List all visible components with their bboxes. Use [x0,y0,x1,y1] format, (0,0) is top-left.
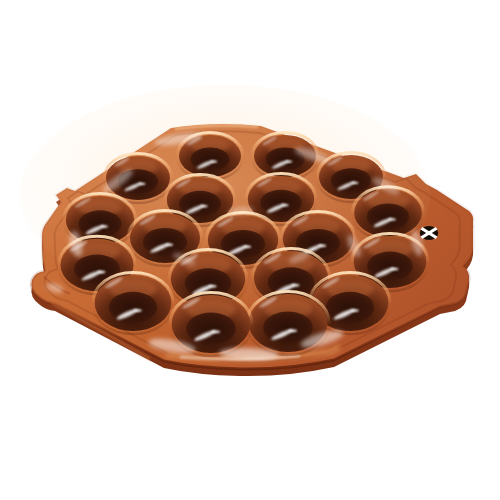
well-specular-glint [351,182,358,184]
well-specular-glint [318,245,326,248]
well-specular-glint [138,183,145,185]
well-cavity [260,190,302,216]
well-cavity [263,311,313,343]
well-specular-glint [285,161,292,163]
well-specular-glint [288,329,297,332]
well-cavity [367,252,413,281]
well-specular-glint [350,309,358,312]
well-cavity [143,228,187,256]
well-specular-glint [211,330,220,333]
well-cavity [331,168,371,193]
well-cavity [186,312,236,344]
well-specular-glint [388,218,395,220]
well-specular-glint [165,243,173,245]
brand-stamp-icon [420,226,438,240]
well-specular-glint [97,271,105,274]
well-cavity [326,292,374,323]
product-photo: Angled overhead product photo of an octa… [0,0,500,500]
well-cavity [367,204,410,231]
well-specular-glint [243,246,251,249]
well-specular-glint [291,284,299,287]
well-specular-glint [208,285,216,288]
well-cavity [78,210,121,237]
well-cavity [179,191,221,217]
well-specular-glint [390,268,398,271]
escargot-dish [20,85,473,376]
well-specular-glint [210,161,217,163]
well-specular-glint [281,204,288,206]
well-specular-glint [200,205,207,207]
well-cavity [109,292,157,323]
well-specular-glint [133,309,141,312]
well-specular-glint [100,225,108,227]
well-outer-9 [93,272,174,334]
photo-canvas [0,0,500,500]
well-cavity [190,148,229,172]
